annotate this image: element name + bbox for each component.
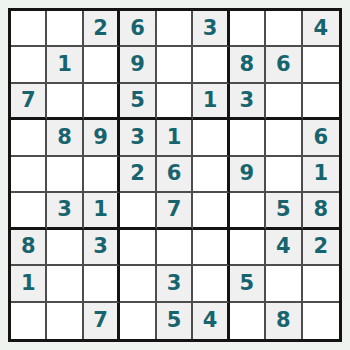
sudoku-cell-r1c8[interactable] [266,11,302,47]
sudoku-cell-r1c9: 4 [303,11,339,47]
sudoku-cell-r4c2: 8 [47,120,83,156]
sudoku-cell-r2c4: 9 [120,47,156,83]
sudoku-cell-r4c5: 1 [157,120,193,156]
sudoku-cell-r2c8: 6 [266,47,302,83]
sudoku-cell-r4c1[interactable] [11,120,47,156]
sudoku-cell-r9c2[interactable] [47,303,83,339]
sudoku-cell-r2c3[interactable] [84,47,120,83]
sudoku-cell-r6c3: 1 [84,193,120,229]
sudoku-cell-r3c8[interactable] [266,84,302,120]
sudoku-cell-r6c7[interactable] [230,193,266,229]
sudoku-cell-r5c2[interactable] [47,157,83,193]
sudoku-cell-r6c9: 8 [303,193,339,229]
sudoku-cell-r5c4: 2 [120,157,156,193]
sudoku-cell-r7c8: 4 [266,230,302,266]
sudoku-cell-r9c8: 8 [266,303,302,339]
sudoku-cell-r5c3[interactable] [84,157,120,193]
sudoku-cell-r9c5: 5 [157,303,193,339]
sudoku-cell-r8c3[interactable] [84,266,120,302]
sudoku-cell-r2c5[interactable] [157,47,193,83]
sudoku-cell-r5c6[interactable] [193,157,229,193]
sudoku-cell-r2c2: 1 [47,47,83,83]
sudoku-cell-r7c4[interactable] [120,230,156,266]
sudoku-cell-r8c1: 1 [11,266,47,302]
sudoku-cell-r4c9: 6 [303,120,339,156]
sudoku-cell-r3c7: 3 [230,84,266,120]
sudoku-cell-r5c7: 9 [230,157,266,193]
sudoku-cell-r1c2[interactable] [47,11,83,47]
sudoku-cell-r7c3: 3 [84,230,120,266]
sudoku-cell-r3c6: 1 [193,84,229,120]
sudoku-cell-r6c8: 5 [266,193,302,229]
sudoku-cell-r5c9: 1 [303,157,339,193]
sudoku-cell-r4c4: 3 [120,120,156,156]
sudoku-board: 2634198675138931626913175883421357548 [8,8,342,342]
sudoku-cell-r7c1: 8 [11,230,47,266]
sudoku-cell-r3c2[interactable] [47,84,83,120]
sudoku-cell-r1c5[interactable] [157,11,193,47]
sudoku-cell-r1c6: 3 [193,11,229,47]
sudoku-cell-r6c2: 3 [47,193,83,229]
sudoku-cell-r9c7[interactable] [230,303,266,339]
sudoku-cell-r4c6[interactable] [193,120,229,156]
sudoku-cell-r2c9[interactable] [303,47,339,83]
sudoku-cell-r6c1[interactable] [11,193,47,229]
sudoku-cell-r3c1: 7 [11,84,47,120]
sudoku-cell-r5c8[interactable] [266,157,302,193]
sudoku-cell-r4c7[interactable] [230,120,266,156]
sudoku-cell-r2c1[interactable] [11,47,47,83]
sudoku-cell-r1c4: 6 [120,11,156,47]
page: 2634198675138931626913175883421357548 [0,0,350,350]
sudoku-cell-r5c5: 6 [157,157,193,193]
sudoku-cell-r6c5: 7 [157,193,193,229]
sudoku-cell-r8c7: 5 [230,266,266,302]
sudoku-cell-r8c5: 3 [157,266,193,302]
sudoku-cell-r3c4: 5 [120,84,156,120]
sudoku-cell-r7c6[interactable] [193,230,229,266]
sudoku-cell-r2c7: 8 [230,47,266,83]
sudoku-cell-r1c1[interactable] [11,11,47,47]
sudoku-cell-r2c6[interactable] [193,47,229,83]
sudoku-cell-r1c7[interactable] [230,11,266,47]
sudoku-cell-r4c8[interactable] [266,120,302,156]
sudoku-cell-r9c4[interactable] [120,303,156,339]
sudoku-cell-r9c9[interactable] [303,303,339,339]
sudoku-cell-r6c4[interactable] [120,193,156,229]
sudoku-cell-r3c5[interactable] [157,84,193,120]
sudoku-cell-r1c3: 2 [84,11,120,47]
sudoku-cell-r8c4[interactable] [120,266,156,302]
sudoku-cell-r8c9[interactable] [303,266,339,302]
sudoku-cell-r9c3: 7 [84,303,120,339]
sudoku-cell-r9c6: 4 [193,303,229,339]
sudoku-cell-r7c5[interactable] [157,230,193,266]
sudoku-cell-r9c1[interactable] [11,303,47,339]
sudoku-cell-r7c2[interactable] [47,230,83,266]
sudoku-cell-r8c8[interactable] [266,266,302,302]
sudoku-cell-r7c9: 2 [303,230,339,266]
sudoku-cell-r7c7[interactable] [230,230,266,266]
sudoku-cell-r4c3: 9 [84,120,120,156]
sudoku-cell-r6c6[interactable] [193,193,229,229]
sudoku-cell-r5c1[interactable] [11,157,47,193]
sudoku-cell-r8c6[interactable] [193,266,229,302]
sudoku-cell-r3c3[interactable] [84,84,120,120]
sudoku-cell-r3c9[interactable] [303,84,339,120]
sudoku-cell-r8c2[interactable] [47,266,83,302]
